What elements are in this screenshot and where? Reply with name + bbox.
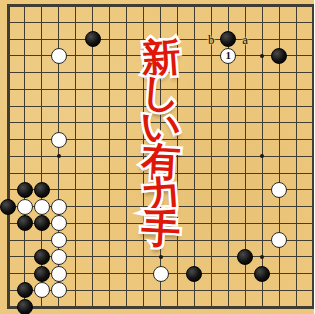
- grid-line-vertical: [211, 4, 212, 309]
- stone-white: [17, 199, 33, 215]
- stone-white: [51, 48, 67, 64]
- stone-white: [271, 182, 287, 198]
- stone-white: [51, 249, 67, 265]
- stone-black: [254, 266, 270, 282]
- stone-black: [17, 282, 33, 298]
- stone-black: [17, 215, 33, 231]
- stone-black: [271, 48, 287, 64]
- stone-white: [51, 215, 67, 231]
- stone-white: [34, 199, 50, 215]
- grid-line-vertical: [312, 4, 315, 309]
- stone-white: [153, 266, 169, 282]
- stone-white: [271, 232, 287, 248]
- stone-white: [51, 199, 67, 215]
- stone-black: [17, 299, 33, 314]
- stone-white: [51, 132, 67, 148]
- stone-black: [186, 266, 202, 282]
- grid-line-horizontal: [7, 306, 315, 309]
- point-label-a: a: [238, 33, 252, 46]
- star-point: [260, 154, 264, 158]
- go-diagram: 1ba 新しい有力手: [0, 0, 314, 314]
- stone-black: [237, 249, 253, 265]
- stone-black: [34, 249, 50, 265]
- stone-black: [17, 182, 33, 198]
- move-number: 1: [221, 49, 235, 63]
- star-point: [159, 154, 163, 158]
- grid-line-vertical: [296, 4, 297, 309]
- stone-white: [51, 266, 67, 282]
- point-label-b: b: [204, 33, 218, 46]
- grid-line-horizontal: [7, 173, 315, 174]
- stone-white-numbered: 1: [220, 48, 236, 64]
- stone-black: [34, 266, 50, 282]
- stone-black: [220, 31, 236, 47]
- stone-white: [51, 282, 67, 298]
- star-point: [57, 154, 61, 158]
- star-point: [159, 255, 163, 259]
- grid-line-vertical: [194, 4, 195, 309]
- star-point: [260, 54, 264, 58]
- grid-line-horizontal: [7, 189, 315, 190]
- stone-black: [34, 215, 50, 231]
- star-point: [159, 54, 163, 58]
- go-board: 1ba: [0, 0, 314, 314]
- stone-black: [85, 31, 101, 47]
- stone-black: [34, 182, 50, 198]
- stone-white: [34, 282, 50, 298]
- star-point: [260, 255, 264, 259]
- grid-line-vertical: [177, 4, 178, 309]
- stone-black: [0, 199, 16, 215]
- stone-white: [51, 232, 67, 248]
